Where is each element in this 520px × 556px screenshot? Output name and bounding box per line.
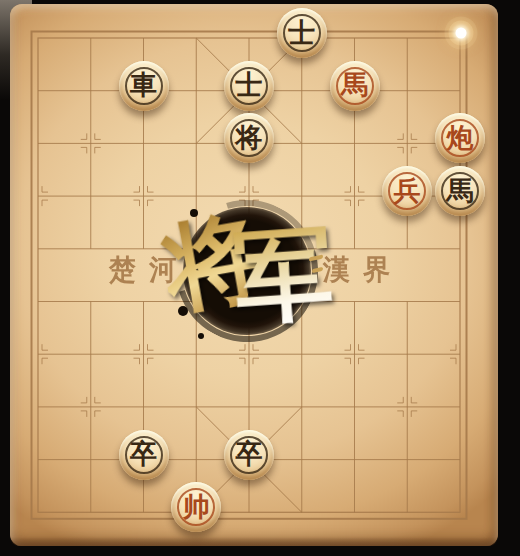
piece-character: 卒 [236,441,263,468]
piece-black-chariot[interactable]: 車 [119,61,169,111]
piece-black-general[interactable]: 将 [224,113,274,163]
piece-red-horse[interactable]: 馬 [330,61,380,111]
piece-character: 馬 [447,178,474,205]
piece-character: 将 [236,125,263,152]
piece-character: 馬 [341,72,368,99]
piece-red-general[interactable]: 帅 [171,482,221,532]
piece-black-advisor[interactable]: 士 [224,61,274,111]
piece-black-soldier[interactable]: 卒 [119,430,169,480]
piece-character: 帅 [183,494,210,521]
piece-red-cannon[interactable]: 炮 [435,113,485,163]
piece-red-soldier[interactable]: 兵 [382,166,432,216]
piece-black-soldier[interactable]: 卒 [224,430,274,480]
piece-character: 車 [130,72,157,99]
piece-black-horse[interactable]: 馬 [435,166,485,216]
piece-black-advisor[interactable]: 士 [277,8,327,58]
piece-character: 兵 [394,178,421,205]
pieces-layer: 士車士馬将炮兵馬卒卒帅 [0,0,520,556]
highlight-glow [456,28,467,39]
piece-character: 士 [288,20,315,47]
piece-character: 士 [236,72,263,99]
piece-character: 炮 [447,125,474,152]
game-screen: 楚河 漢界 将 军 士車士馬将炮兵馬卒卒帅 [0,0,520,556]
piece-character: 卒 [130,441,157,468]
